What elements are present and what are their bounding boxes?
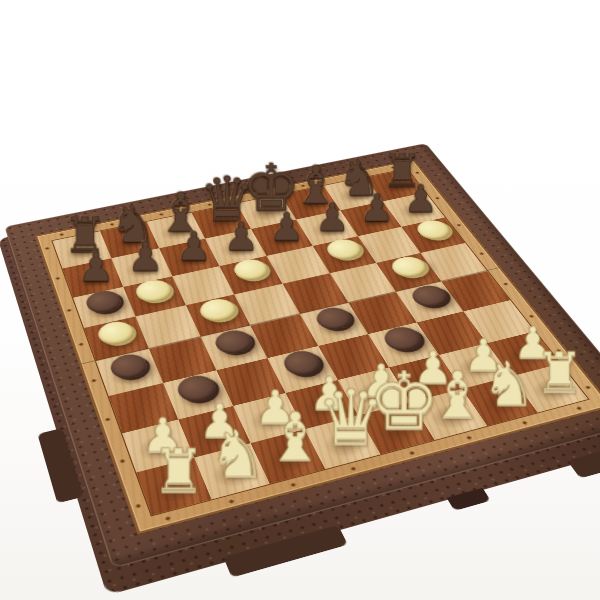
chess-board: ♜♞♝♛♚♝♞♜♟♟♟♟♟♟♟♟♟♟♟♟♟♟♟♟♜♞♝♛♚♝♞♜ — [4, 143, 600, 568]
board-latch — [446, 488, 490, 511]
perspective-scene: ♜♞♝♛♚♝♞♜♟♟♟♟♟♟♟♟♟♟♟♟♟♟♟♟♜♞♝♛♚♝♞♜ — [0, 0, 600, 600]
piece-white-rook[interactable]: ♜ — [534, 345, 584, 400]
piece-white-knight[interactable]: ♞ — [209, 421, 267, 486]
piece-white-bishop[interactable]: ♝ — [265, 404, 325, 471]
piece-white-rook[interactable]: ♜ — [152, 441, 206, 501]
piece-black-pawn[interactable]: ♟ — [176, 227, 212, 267]
product-photo-stage: ♜♞♝♛♚♝♞♜♟♟♟♟♟♟♟♟♟♟♟♟♟♟♟♟♜♞♝♛♚♝♞♜ — [0, 0, 600, 600]
checker-dark-disc[interactable] — [107, 351, 151, 382]
piece-black-pawn[interactable]: ♟ — [78, 247, 115, 288]
checker-light-disc[interactable] — [323, 237, 365, 262]
piece-black-pawn[interactable]: ♟ — [404, 180, 438, 218]
board-frame: ♜♞♝♛♚♝♞♜♟♟♟♟♟♟♟♟♟♟♟♟♟♟♟♟♜♞♝♛♚♝♞♜ — [4, 143, 600, 568]
piece-black-pawn[interactable]: ♟ — [270, 208, 305, 247]
checker-dark-disc[interactable] — [211, 327, 256, 357]
piece-black-pawn[interactable]: ♟ — [128, 237, 164, 277]
piece-white-queen[interactable]: ♛ — [316, 380, 385, 456]
piece-black-pawn[interactable]: ♟ — [315, 198, 350, 237]
piece-black-pawn[interactable]: ♟ — [223, 217, 258, 256]
board-foot-corner — [567, 439, 600, 479]
checker-light-disc[interactable] — [196, 296, 239, 324]
checker-dark-disc[interactable] — [311, 304, 356, 332]
piece-black-pawn[interactable]: ♟ — [360, 189, 394, 227]
board-foot-front — [223, 525, 348, 578]
checker-light-disc[interactable] — [133, 277, 174, 304]
piece-white-knight[interactable]: ♞ — [481, 353, 536, 414]
